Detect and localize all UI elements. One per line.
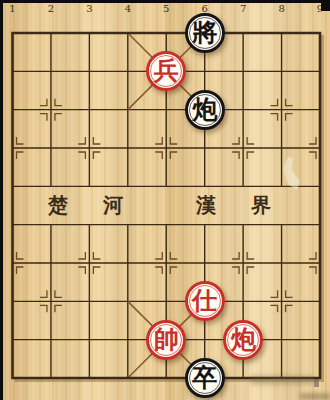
piece-red-general[interactable]: 帥 — [146, 320, 186, 360]
piece-glyph: 卒 — [192, 361, 217, 395]
piece-glyph: 兵 — [154, 54, 179, 88]
piece-glyph: 帥 — [154, 323, 179, 357]
pieces-layer: 將兵炮仕帥炮卒 — [0, 0, 330, 400]
watermark-mark — [314, 379, 319, 387]
piece-black-general[interactable]: 將 — [185, 13, 225, 53]
piece-black-soldier[interactable]: 卒 — [185, 358, 225, 398]
piece-glyph: 將 — [192, 16, 217, 50]
piece-glyph: 仕 — [192, 284, 217, 318]
screen-edge-top — [0, 0, 330, 3]
screen-corner-top-right — [321, 0, 330, 11]
xiangqi-app-window: 123456789 楚 河 漢 界 將兵炮仕帥炮卒 — [0, 0, 330, 400]
piece-red-cannon[interactable]: 炮 — [223, 320, 263, 360]
screen-corner-bottom-right — [300, 393, 330, 400]
piece-red-advisor[interactable]: 仕 — [185, 281, 225, 321]
piece-glyph: 炮 — [192, 93, 217, 127]
watermark-smudge — [250, 375, 314, 385]
piece-black-cannon[interactable]: 炮 — [185, 90, 225, 130]
piece-glyph: 炮 — [231, 323, 256, 357]
screen-edge-left — [0, 0, 3, 400]
piece-red-soldier[interactable]: 兵 — [146, 51, 186, 91]
